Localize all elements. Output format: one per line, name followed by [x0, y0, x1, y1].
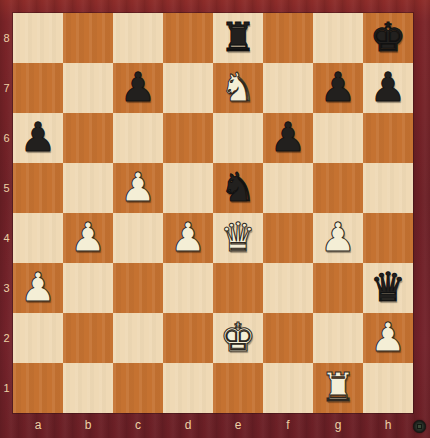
square-f7[interactable]: [263, 63, 313, 113]
square-e4[interactable]: ♛: [213, 213, 263, 263]
square-e5[interactable]: ♞: [213, 163, 263, 213]
square-a8[interactable]: [13, 13, 63, 63]
gear-icon-center: [417, 424, 422, 429]
piece-black-knight[interactable]: ♞: [220, 167, 256, 207]
file-label-a: a: [13, 413, 63, 436]
square-h7[interactable]: ♟: [363, 63, 413, 113]
piece-white-pawn[interactable]: ♟: [320, 217, 356, 257]
square-d8[interactable]: [163, 13, 213, 63]
chess-app-window: ♜♚♟♞♟♟♟♟♟♞♟♟♛♟♟♛♚♟♜ 87654321 abcdefgh: [0, 0, 430, 438]
piece-black-queen[interactable]: ♛: [370, 267, 406, 307]
square-c4[interactable]: [113, 213, 163, 263]
piece-black-king[interactable]: ♚: [370, 17, 406, 57]
square-c6[interactable]: [113, 113, 163, 163]
file-label-g: g: [313, 413, 363, 436]
square-c8[interactable]: [113, 13, 163, 63]
square-h3[interactable]: ♛: [363, 263, 413, 313]
square-e3[interactable]: [213, 263, 263, 313]
piece-white-pawn[interactable]: ♟: [120, 167, 156, 207]
square-c2[interactable]: [113, 313, 163, 363]
piece-white-rook[interactable]: ♜: [320, 367, 356, 407]
file-coordinates: abcdefgh: [13, 413, 413, 438]
square-d7[interactable]: [163, 63, 213, 113]
piece-black-pawn[interactable]: ♟: [270, 117, 306, 157]
square-d6[interactable]: [163, 113, 213, 163]
square-c7[interactable]: ♟: [113, 63, 163, 113]
square-b5[interactable]: [63, 163, 113, 213]
square-f5[interactable]: [263, 163, 313, 213]
piece-white-knight[interactable]: ♞: [220, 67, 256, 107]
file-label-e: e: [213, 413, 263, 436]
square-e8[interactable]: ♜: [213, 13, 263, 63]
square-d1[interactable]: [163, 363, 213, 413]
square-g6[interactable]: [313, 113, 363, 163]
square-b3[interactable]: [63, 263, 113, 313]
square-a3[interactable]: ♟: [13, 263, 63, 313]
square-g5[interactable]: [313, 163, 363, 213]
square-a4[interactable]: [13, 213, 63, 263]
square-g4[interactable]: ♟: [313, 213, 363, 263]
rank-label-5: 5: [0, 163, 13, 213]
square-f8[interactable]: [263, 13, 313, 63]
square-d2[interactable]: [163, 313, 213, 363]
square-e2[interactable]: ♚: [213, 313, 263, 363]
piece-black-pawn[interactable]: ♟: [120, 67, 156, 107]
piece-white-pawn[interactable]: ♟: [70, 217, 106, 257]
square-f1[interactable]: [263, 363, 313, 413]
piece-white-pawn[interactable]: ♟: [370, 317, 406, 357]
square-b7[interactable]: [63, 63, 113, 113]
square-a7[interactable]: [13, 63, 63, 113]
square-h6[interactable]: [363, 113, 413, 163]
square-a6[interactable]: ♟: [13, 113, 63, 163]
square-c1[interactable]: [113, 363, 163, 413]
piece-black-rook[interactable]: ♜: [220, 17, 256, 57]
square-g2[interactable]: [313, 313, 363, 363]
rank-label-1: 1: [0, 363, 13, 413]
square-b4[interactable]: ♟: [63, 213, 113, 263]
square-f3[interactable]: [263, 263, 313, 313]
chess-board: ♜♚♟♞♟♟♟♟♟♞♟♟♛♟♟♛♚♟♜: [13, 13, 413, 413]
rank-label-6: 6: [0, 113, 13, 163]
square-h2[interactable]: ♟: [363, 313, 413, 363]
piece-black-pawn[interactable]: ♟: [370, 67, 406, 107]
square-b6[interactable]: [63, 113, 113, 163]
rank-label-8: 8: [0, 13, 13, 63]
square-a1[interactable]: [13, 363, 63, 413]
square-a2[interactable]: [13, 313, 63, 363]
file-label-f: f: [263, 413, 313, 436]
square-h4[interactable]: [363, 213, 413, 263]
square-f2[interactable]: [263, 313, 313, 363]
file-label-b: b: [63, 413, 113, 436]
rank-coordinates: 87654321: [0, 13, 13, 413]
square-d5[interactable]: [163, 163, 213, 213]
piece-white-king[interactable]: ♚: [220, 317, 256, 357]
square-e1[interactable]: [213, 363, 263, 413]
piece-black-pawn[interactable]: ♟: [320, 67, 356, 107]
rank-label-4: 4: [0, 213, 13, 263]
square-f6[interactable]: ♟: [263, 113, 313, 163]
square-b1[interactable]: [63, 363, 113, 413]
settings-gear-icon[interactable]: [413, 420, 426, 433]
square-a5[interactable]: [13, 163, 63, 213]
square-h5[interactable]: [363, 163, 413, 213]
square-c3[interactable]: [113, 263, 163, 313]
square-b8[interactable]: [63, 13, 113, 63]
file-label-h: h: [363, 413, 413, 436]
file-label-d: d: [163, 413, 213, 436]
square-e6[interactable]: [213, 113, 263, 163]
square-g1[interactable]: ♜: [313, 363, 363, 413]
square-g8[interactable]: [313, 13, 363, 63]
square-d4[interactable]: ♟: [163, 213, 213, 263]
file-label-c: c: [113, 413, 163, 436]
piece-white-pawn[interactable]: ♟: [20, 267, 56, 307]
piece-white-queen[interactable]: ♛: [220, 217, 256, 257]
square-f4[interactable]: [263, 213, 313, 263]
square-d3[interactable]: [163, 263, 213, 313]
rank-label-7: 7: [0, 63, 13, 113]
square-h1[interactable]: [363, 363, 413, 413]
rank-label-3: 3: [0, 263, 13, 313]
rank-label-2: 2: [0, 313, 13, 363]
square-h8[interactable]: ♚: [363, 13, 413, 63]
square-g3[interactable]: [313, 263, 363, 313]
piece-black-pawn[interactable]: ♟: [20, 117, 56, 157]
square-c5[interactable]: ♟: [113, 163, 163, 213]
piece-white-pawn[interactable]: ♟: [170, 217, 206, 257]
square-g7[interactable]: ♟: [313, 63, 363, 113]
square-e7[interactable]: ♞: [213, 63, 263, 113]
square-b2[interactable]: [63, 313, 113, 363]
